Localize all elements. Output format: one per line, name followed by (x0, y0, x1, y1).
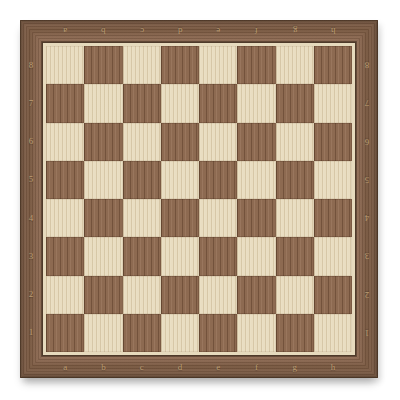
square-h3[interactable] (314, 237, 352, 275)
square-f7[interactable] (237, 84, 275, 122)
square-f8[interactable] (237, 46, 275, 84)
rank-label-7: 7 (356, 84, 378, 122)
square-c5[interactable] (123, 161, 161, 199)
file-label-e: e (199, 20, 237, 42)
square-a3[interactable] (46, 237, 84, 275)
square-e8[interactable] (199, 46, 237, 84)
square-g6[interactable] (276, 123, 314, 161)
square-d8[interactable] (161, 46, 199, 84)
square-d4[interactable] (161, 199, 199, 237)
file-label-b: b (84, 356, 122, 378)
square-e4[interactable] (199, 199, 237, 237)
square-h2[interactable] (314, 276, 352, 314)
square-f1[interactable] (237, 314, 275, 352)
rank-label-7: 7 (20, 84, 42, 122)
file-label-d: d (161, 356, 199, 378)
square-h6[interactable] (314, 123, 352, 161)
rank-label-5: 5 (20, 161, 42, 199)
square-d6[interactable] (161, 123, 199, 161)
square-g5[interactable] (276, 161, 314, 199)
file-labels-top: abcdefgh (46, 20, 352, 42)
square-g2[interactable] (276, 276, 314, 314)
square-h1[interactable] (314, 314, 352, 352)
square-e6[interactable] (199, 123, 237, 161)
file-label-g: g (276, 20, 314, 42)
file-label-h: h (314, 356, 352, 378)
rank-label-3: 3 (356, 237, 378, 275)
file-label-a: a (46, 20, 84, 42)
square-g8[interactable] (276, 46, 314, 84)
file-labels-bottom: abcdefgh (46, 356, 352, 378)
square-e3[interactable] (199, 237, 237, 275)
square-b3[interactable] (84, 237, 122, 275)
square-d7[interactable] (161, 84, 199, 122)
square-d2[interactable] (161, 276, 199, 314)
square-g7[interactable] (276, 84, 314, 122)
rank-label-1: 1 (20, 314, 42, 352)
square-b5[interactable] (84, 161, 122, 199)
file-label-f: f (237, 356, 275, 378)
square-h4[interactable] (314, 199, 352, 237)
file-label-g: g (276, 356, 314, 378)
square-c3[interactable] (123, 237, 161, 275)
rank-label-4: 4 (20, 199, 42, 237)
square-c2[interactable] (123, 276, 161, 314)
file-label-e: e (199, 356, 237, 378)
square-g4[interactable] (276, 199, 314, 237)
rank-label-2: 2 (20, 276, 42, 314)
chess-board: abcdefgh abcdefgh 87654321 87654321 (20, 20, 378, 378)
square-c8[interactable] (123, 46, 161, 84)
file-label-f: f (237, 20, 275, 42)
square-g1[interactable] (276, 314, 314, 352)
rank-label-8: 8 (20, 46, 42, 84)
square-c4[interactable] (123, 199, 161, 237)
square-g3[interactable] (276, 237, 314, 275)
square-f4[interactable] (237, 199, 275, 237)
square-b4[interactable] (84, 199, 122, 237)
square-f2[interactable] (237, 276, 275, 314)
square-b2[interactable] (84, 276, 122, 314)
square-f5[interactable] (237, 161, 275, 199)
square-h5[interactable] (314, 161, 352, 199)
rank-label-4: 4 (356, 199, 378, 237)
file-label-c: c (123, 20, 161, 42)
square-b1[interactable] (84, 314, 122, 352)
rank-label-1: 1 (356, 314, 378, 352)
file-label-h: h (314, 20, 352, 42)
square-a2[interactable] (46, 276, 84, 314)
rank-labels-left: 87654321 (20, 46, 42, 352)
squares-grid (46, 46, 352, 352)
square-f3[interactable] (237, 237, 275, 275)
rank-label-3: 3 (20, 237, 42, 275)
rank-label-2: 2 (356, 276, 378, 314)
square-a1[interactable] (46, 314, 84, 352)
rank-label-6: 6 (356, 123, 378, 161)
rank-labels-right: 87654321 (356, 46, 378, 352)
board-inlay (42, 42, 356, 356)
square-b6[interactable] (84, 123, 122, 161)
square-h8[interactable] (314, 46, 352, 84)
square-c6[interactable] (123, 123, 161, 161)
square-d5[interactable] (161, 161, 199, 199)
square-c7[interactable] (123, 84, 161, 122)
square-e7[interactable] (199, 84, 237, 122)
file-label-d: d (161, 20, 199, 42)
rank-label-5: 5 (356, 161, 378, 199)
square-e1[interactable] (199, 314, 237, 352)
file-label-a: a (46, 356, 84, 378)
square-h7[interactable] (314, 84, 352, 122)
square-a4[interactable] (46, 199, 84, 237)
square-f6[interactable] (237, 123, 275, 161)
file-label-b: b (84, 20, 122, 42)
square-a8[interactable] (46, 46, 84, 84)
square-a5[interactable] (46, 161, 84, 199)
square-d1[interactable] (161, 314, 199, 352)
square-a7[interactable] (46, 84, 84, 122)
square-a6[interactable] (46, 123, 84, 161)
square-b8[interactable] (84, 46, 122, 84)
square-e5[interactable] (199, 161, 237, 199)
square-c1[interactable] (123, 314, 161, 352)
file-label-c: c (123, 356, 161, 378)
square-d3[interactable] (161, 237, 199, 275)
square-b7[interactable] (84, 84, 122, 122)
square-e2[interactable] (199, 276, 237, 314)
rank-label-8: 8 (356, 46, 378, 84)
rank-label-6: 6 (20, 123, 42, 161)
